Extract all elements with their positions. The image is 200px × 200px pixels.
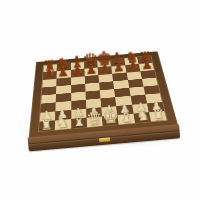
square-a1: ♜ (39, 120, 55, 131)
folding-chess-set: ♜♞♝♛♚♝♞♜♟♟♟♟♟♟♟♟♟♟♟♟♟♟♟♟♜♞♝♛♚♝♞♜ (19, 30, 180, 157)
chess-set-product-photo: ♜♞♝♛♚♝♞♜♟♟♟♟♟♟♟♟♟♟♟♟♟♟♟♟♜♞♝♛♚♝♞♜ (0, 0, 200, 200)
light-rook: ♜ (150, 107, 167, 122)
square-g1: ♞ (133, 112, 151, 123)
brass-clasp-icon (99, 137, 110, 142)
square-c1: ♝ (71, 118, 87, 129)
light-knight: ♞ (54, 115, 71, 131)
square-h1: ♜ (149, 111, 167, 122)
square-e1: ♚ (102, 115, 119, 126)
light-rook: ♜ (38, 117, 55, 132)
square-b1: ♞ (55, 119, 71, 130)
square-f1: ♝ (118, 114, 135, 125)
dark-pawn: ♟ (138, 58, 155, 72)
light-king: ♚ (101, 107, 119, 127)
board-grid: ♜♞♝♛♚♝♞♜♟♟♟♟♟♟♟♟♟♟♟♟♟♟♟♟♜♞♝♛♚♝♞♜ (39, 56, 167, 131)
square-h7: ♟ (139, 63, 154, 71)
light-bishop: ♝ (118, 108, 135, 125)
board-scene: ♜♞♝♛♚♝♞♜♟♟♟♟♟♟♟♟♟♟♟♟♟♟♟♟♜♞♝♛♚♝♞♜ (20, 30, 178, 139)
square-f7: ♟ (111, 65, 126, 73)
square-g7: ♟ (125, 64, 140, 72)
light-queen: ♛ (85, 109, 103, 128)
light-knight: ♞ (134, 108, 151, 124)
square-d1: ♛ (86, 116, 102, 127)
light-bishop: ♝ (70, 112, 87, 129)
